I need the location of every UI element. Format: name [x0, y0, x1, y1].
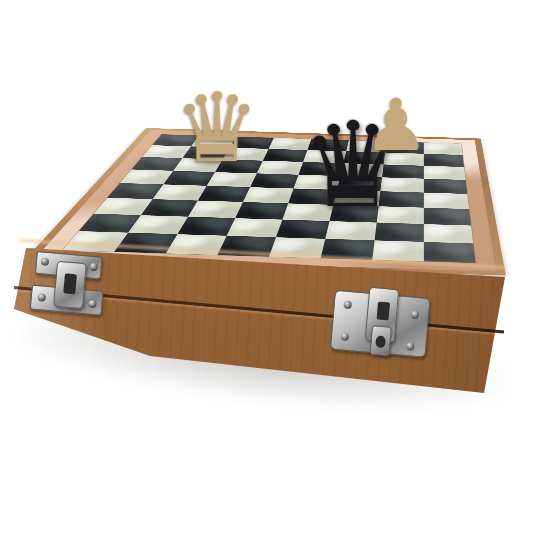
- latch-slot: [63, 273, 77, 294]
- chess-piece-white-queen: ♛: [174, 80, 260, 176]
- board-square: [188, 201, 243, 219]
- latch-slot: [377, 301, 391, 320]
- board-square: [424, 193, 469, 210]
- board-square: [424, 242, 476, 263]
- board-square: [177, 217, 235, 236]
- product-photo-stage: ♛♛♟: [0, 0, 533, 533]
- right-hasp-latch: [329, 284, 437, 369]
- board-square: [424, 208, 471, 226]
- left-hasp-latch: [27, 249, 114, 322]
- board-square: [257, 161, 303, 175]
- board-square: [235, 202, 288, 220]
- board-square: [424, 224, 473, 243]
- board-square: [424, 179, 467, 194]
- chess-piece-white-pawn: ♟: [364, 89, 429, 161]
- board-square: [243, 187, 294, 203]
- board-square: [424, 166, 466, 180]
- board-square: [198, 186, 250, 202]
- board-square: [227, 218, 283, 237]
